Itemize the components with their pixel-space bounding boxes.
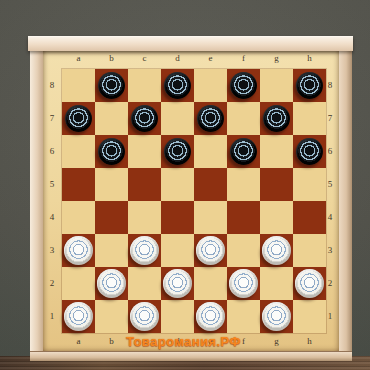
square-b1[interactable] <box>95 300 128 333</box>
square-g8[interactable] <box>260 69 293 102</box>
square-e2[interactable] <box>194 267 227 300</box>
square-f1[interactable] <box>227 300 260 333</box>
square-c5[interactable] <box>128 168 161 201</box>
board-surface: ⛂⛂⛂⛂⛂⛂⛂⛂⛂⛂⛂⛂⛀⛀⛀⛀⛀⛀⛀⛀⛀⛀⛀⛀ aabbccddeeffggh… <box>43 50 339 351</box>
square-h5[interactable] <box>293 168 326 201</box>
square-d8[interactable]: ⛂ <box>161 69 194 102</box>
square-e1[interactable]: ⛀ <box>194 300 227 333</box>
square-d6[interactable]: ⛂ <box>161 135 194 168</box>
square-g6[interactable] <box>260 135 293 168</box>
white-checker-c1[interactable]: ⛀ <box>130 302 159 331</box>
square-h2[interactable]: ⛀ <box>293 267 326 300</box>
square-d7[interactable] <box>161 102 194 135</box>
square-g5[interactable] <box>260 168 293 201</box>
white-checker-e1[interactable]: ⛀ <box>196 302 225 331</box>
rank-label-left-5: 5 <box>46 179 58 190</box>
white-checker-d2[interactable]: ⛀ <box>163 269 192 298</box>
square-e3[interactable]: ⛀ <box>194 234 227 267</box>
square-d5[interactable] <box>161 168 194 201</box>
square-b6[interactable]: ⛂ <box>95 135 128 168</box>
white-checker-g1[interactable]: ⛀ <box>262 302 291 331</box>
file-label-top-e: e <box>205 53 217 64</box>
rank-label-right-3: 3 <box>324 245 336 256</box>
square-b8[interactable]: ⛂ <box>95 69 128 102</box>
black-checker-h8[interactable]: ⛂ <box>296 72 323 99</box>
rank-label-right-2: 2 <box>324 278 336 289</box>
square-a7[interactable]: ⛂ <box>62 102 95 135</box>
square-f4[interactable] <box>227 201 260 234</box>
square-d3[interactable] <box>161 234 194 267</box>
square-a4[interactable] <box>62 201 95 234</box>
square-h4[interactable] <box>293 201 326 234</box>
square-g4[interactable] <box>260 201 293 234</box>
board-grid: ⛂⛂⛂⛂⛂⛂⛂⛂⛂⛂⛂⛂⛀⛀⛀⛀⛀⛀⛀⛀⛀⛀⛀⛀ <box>62 69 326 333</box>
square-f6[interactable]: ⛂ <box>227 135 260 168</box>
rank-label-left-6: 6 <box>46 146 58 157</box>
frame-right <box>339 50 352 357</box>
rank-label-right-6: 6 <box>324 146 336 157</box>
black-checker-b8[interactable]: ⛂ <box>98 72 125 99</box>
white-checker-b2[interactable]: ⛀ <box>97 269 126 298</box>
black-checker-h6[interactable]: ⛂ <box>296 138 323 165</box>
rank-label-left-3: 3 <box>46 245 58 256</box>
black-checker-f6[interactable]: ⛂ <box>230 138 257 165</box>
file-label-top-b: b <box>106 53 118 64</box>
square-a8[interactable] <box>62 69 95 102</box>
rank-label-left-4: 4 <box>46 212 58 223</box>
square-a6[interactable] <box>62 135 95 168</box>
square-h1[interactable] <box>293 300 326 333</box>
square-c1[interactable]: ⛀ <box>128 300 161 333</box>
square-a2[interactable] <box>62 267 95 300</box>
square-h8[interactable]: ⛂ <box>293 69 326 102</box>
square-b5[interactable] <box>95 168 128 201</box>
white-checker-a1[interactable]: ⛀ <box>64 302 93 331</box>
square-g1[interactable]: ⛀ <box>260 300 293 333</box>
file-label-top-h: h <box>304 53 316 64</box>
rank-label-left-7: 7 <box>46 113 58 124</box>
file-label-top-f: f <box>238 53 250 64</box>
file-label-top-g: g <box>271 53 283 64</box>
square-h3[interactable] <box>293 234 326 267</box>
watermark-text: Товаромания.РФ <box>126 334 241 349</box>
file-label-bottom-g: g <box>271 336 283 347</box>
square-h6[interactable]: ⛂ <box>293 135 326 168</box>
rank-label-right-1: 1 <box>324 311 336 322</box>
white-checker-f2[interactable]: ⛀ <box>229 269 258 298</box>
square-e7[interactable]: ⛂ <box>194 102 227 135</box>
rank-label-right-5: 5 <box>324 179 336 190</box>
white-checker-e3[interactable]: ⛀ <box>196 236 225 265</box>
square-g3[interactable]: ⛀ <box>260 234 293 267</box>
black-checker-d8[interactable]: ⛂ <box>164 72 191 99</box>
black-checker-c7[interactable]: ⛂ <box>131 105 158 132</box>
square-c6[interactable] <box>128 135 161 168</box>
white-checker-g3[interactable]: ⛀ <box>262 236 291 265</box>
square-d2[interactable]: ⛀ <box>161 267 194 300</box>
file-label-top-d: d <box>172 53 184 64</box>
file-label-bottom-a: a <box>73 336 85 347</box>
white-checker-h2[interactable]: ⛀ <box>295 269 324 298</box>
square-b3[interactable] <box>95 234 128 267</box>
square-e5[interactable] <box>194 168 227 201</box>
square-e4[interactable] <box>194 201 227 234</box>
frame-left <box>30 50 43 357</box>
scene: ⛂⛂⛂⛂⛂⛂⛂⛂⛂⛂⛂⛂⛀⛀⛀⛀⛀⛀⛀⛀⛀⛀⛀⛀ aabbccddeeffggh… <box>0 0 370 370</box>
white-checker-a3[interactable]: ⛀ <box>64 236 93 265</box>
rank-label-left-8: 8 <box>46 80 58 91</box>
rank-label-right-7: 7 <box>324 113 336 124</box>
square-a3[interactable]: ⛀ <box>62 234 95 267</box>
rank-label-left-2: 2 <box>46 278 58 289</box>
square-h7[interactable] <box>293 102 326 135</box>
square-f8[interactable]: ⛂ <box>227 69 260 102</box>
file-label-top-c: c <box>139 53 151 64</box>
square-c8[interactable] <box>128 69 161 102</box>
square-f3[interactable] <box>227 234 260 267</box>
square-f5[interactable] <box>227 168 260 201</box>
square-a5[interactable] <box>62 168 95 201</box>
square-c2[interactable] <box>128 267 161 300</box>
black-checker-e7[interactable]: ⛂ <box>197 105 224 132</box>
white-checker-c3[interactable]: ⛀ <box>130 236 159 265</box>
square-e8[interactable] <box>194 69 227 102</box>
square-g7[interactable]: ⛂ <box>260 102 293 135</box>
black-checker-a7[interactable]: ⛂ <box>65 105 92 132</box>
square-f2[interactable]: ⛀ <box>227 267 260 300</box>
black-checker-f8[interactable]: ⛂ <box>230 72 257 99</box>
black-checker-b6[interactable]: ⛂ <box>98 138 125 165</box>
square-c4[interactable] <box>128 201 161 234</box>
square-b7[interactable] <box>95 102 128 135</box>
rank-label-right-4: 4 <box>324 212 336 223</box>
square-c7[interactable]: ⛂ <box>128 102 161 135</box>
square-g2[interactable] <box>260 267 293 300</box>
square-b4[interactable] <box>95 201 128 234</box>
file-label-top-a: a <box>73 53 85 64</box>
rank-label-right-8: 8 <box>324 80 336 91</box>
frame-top <box>28 36 353 51</box>
square-f7[interactable] <box>227 102 260 135</box>
square-a1[interactable]: ⛀ <box>62 300 95 333</box>
file-label-bottom-h: h <box>304 336 316 347</box>
black-checker-d6[interactable]: ⛂ <box>164 138 191 165</box>
square-c3[interactable]: ⛀ <box>128 234 161 267</box>
rank-label-left-1: 1 <box>46 311 58 322</box>
frame-bottom <box>30 351 352 361</box>
square-b2[interactable]: ⛀ <box>95 267 128 300</box>
square-e6[interactable] <box>194 135 227 168</box>
square-d4[interactable] <box>161 201 194 234</box>
black-checker-g7[interactable]: ⛂ <box>263 105 290 132</box>
file-label-bottom-b: b <box>106 336 118 347</box>
square-d1[interactable] <box>161 300 194 333</box>
